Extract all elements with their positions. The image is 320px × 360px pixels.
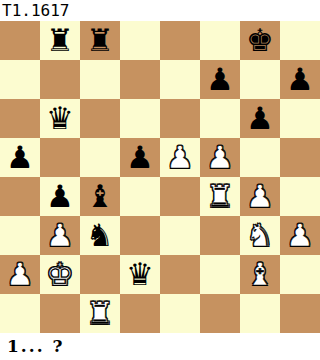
- piece-black-pawn: ♟: [126, 138, 154, 177]
- piece-white-king: ♚: [46, 255, 74, 294]
- square-e1[interactable]: [160, 294, 200, 333]
- square-f3[interactable]: [200, 216, 240, 255]
- square-d3[interactable]: [120, 216, 160, 255]
- square-a2[interactable]: ♟: [0, 255, 40, 294]
- square-b4[interactable]: ♟: [40, 177, 80, 216]
- square-b7[interactable]: [40, 60, 80, 99]
- square-f4[interactable]: ♜: [200, 177, 240, 216]
- square-d1[interactable]: [120, 294, 160, 333]
- square-e5[interactable]: ♟: [160, 138, 200, 177]
- piece-white-knight: ♞: [246, 216, 274, 255]
- square-f1[interactable]: [200, 294, 240, 333]
- chess-trainer-window: T1.1617 ♜♜♚♟♟♛♟♟♟♟♟♟♝♜♟♟♞♞♟♟♚♛♝♜ 1... ?: [0, 0, 320, 360]
- piece-white-pawn: ♟: [246, 177, 274, 216]
- square-h4[interactable]: [280, 177, 320, 216]
- square-f6[interactable]: [200, 99, 240, 138]
- square-e4[interactable]: [160, 177, 200, 216]
- square-g4[interactable]: ♟: [240, 177, 280, 216]
- piece-black-pawn: ♟: [246, 99, 274, 138]
- square-c6[interactable]: [80, 99, 120, 138]
- puzzle-id: T1.1617: [0, 0, 320, 21]
- square-c1[interactable]: ♜: [80, 294, 120, 333]
- square-b2[interactable]: ♚: [40, 255, 80, 294]
- square-b6[interactable]: ♛: [40, 99, 80, 138]
- piece-white-pawn: ♟: [166, 138, 194, 177]
- piece-black-queen: ♛: [126, 255, 154, 294]
- square-g8[interactable]: ♚: [240, 21, 280, 60]
- square-d7[interactable]: [120, 60, 160, 99]
- square-c4[interactable]: ♝: [80, 177, 120, 216]
- square-c7[interactable]: [80, 60, 120, 99]
- square-f8[interactable]: [200, 21, 240, 60]
- piece-white-pawn: ♟: [206, 138, 234, 177]
- square-d5[interactable]: ♟: [120, 138, 160, 177]
- square-a7[interactable]: [0, 60, 40, 99]
- move-prompt: 1... ?: [0, 333, 320, 360]
- piece-black-pawn: ♟: [286, 60, 314, 99]
- chess-board: ♜♜♚♟♟♛♟♟♟♟♟♟♝♜♟♟♞♞♟♟♚♛♝♜: [0, 21, 320, 333]
- square-e8[interactable]: [160, 21, 200, 60]
- square-c5[interactable]: [80, 138, 120, 177]
- piece-white-pawn: ♟: [286, 216, 314, 255]
- square-e6[interactable]: [160, 99, 200, 138]
- square-f2[interactable]: [200, 255, 240, 294]
- square-b5[interactable]: [40, 138, 80, 177]
- piece-black-pawn: ♟: [6, 138, 34, 177]
- square-d8[interactable]: [120, 21, 160, 60]
- square-g3[interactable]: ♞: [240, 216, 280, 255]
- square-e7[interactable]: [160, 60, 200, 99]
- piece-black-bishop: ♝: [86, 177, 114, 216]
- square-c8[interactable]: ♜: [80, 21, 120, 60]
- square-h1[interactable]: [280, 294, 320, 333]
- square-e2[interactable]: [160, 255, 200, 294]
- piece-black-knight: ♞: [86, 216, 114, 255]
- square-g6[interactable]: ♟: [240, 99, 280, 138]
- piece-white-rook: ♜: [86, 294, 114, 333]
- square-e3[interactable]: [160, 216, 200, 255]
- piece-black-pawn: ♟: [46, 177, 74, 216]
- piece-black-king: ♚: [246, 21, 274, 60]
- square-d6[interactable]: [120, 99, 160, 138]
- piece-white-pawn: ♟: [46, 216, 74, 255]
- square-h3[interactable]: ♟: [280, 216, 320, 255]
- piece-white-bishop: ♝: [246, 255, 274, 294]
- square-a3[interactable]: [0, 216, 40, 255]
- square-f7[interactable]: ♟: [200, 60, 240, 99]
- square-c2[interactable]: [80, 255, 120, 294]
- square-h6[interactable]: [280, 99, 320, 138]
- square-d2[interactable]: ♛: [120, 255, 160, 294]
- square-g1[interactable]: [240, 294, 280, 333]
- square-b8[interactable]: ♜: [40, 21, 80, 60]
- square-h8[interactable]: [280, 21, 320, 60]
- square-g7[interactable]: [240, 60, 280, 99]
- square-a6[interactable]: [0, 99, 40, 138]
- piece-white-pawn: ♟: [6, 255, 34, 294]
- square-a4[interactable]: [0, 177, 40, 216]
- square-g5[interactable]: [240, 138, 280, 177]
- piece-white-rook: ♜: [206, 177, 234, 216]
- piece-black-queen: ♛: [46, 99, 74, 138]
- square-h2[interactable]: [280, 255, 320, 294]
- square-f5[interactable]: ♟: [200, 138, 240, 177]
- square-c3[interactable]: ♞: [80, 216, 120, 255]
- square-h5[interactable]: [280, 138, 320, 177]
- piece-black-rook: ♜: [86, 21, 114, 60]
- piece-black-rook: ♜: [46, 21, 74, 60]
- square-a5[interactable]: ♟: [0, 138, 40, 177]
- square-g2[interactable]: ♝: [240, 255, 280, 294]
- square-a8[interactable]: [0, 21, 40, 60]
- square-d4[interactable]: [120, 177, 160, 216]
- square-h7[interactable]: ♟: [280, 60, 320, 99]
- square-b3[interactable]: ♟: [40, 216, 80, 255]
- square-a1[interactable]: [0, 294, 40, 333]
- square-b1[interactable]: [40, 294, 80, 333]
- piece-black-pawn: ♟: [206, 60, 234, 99]
